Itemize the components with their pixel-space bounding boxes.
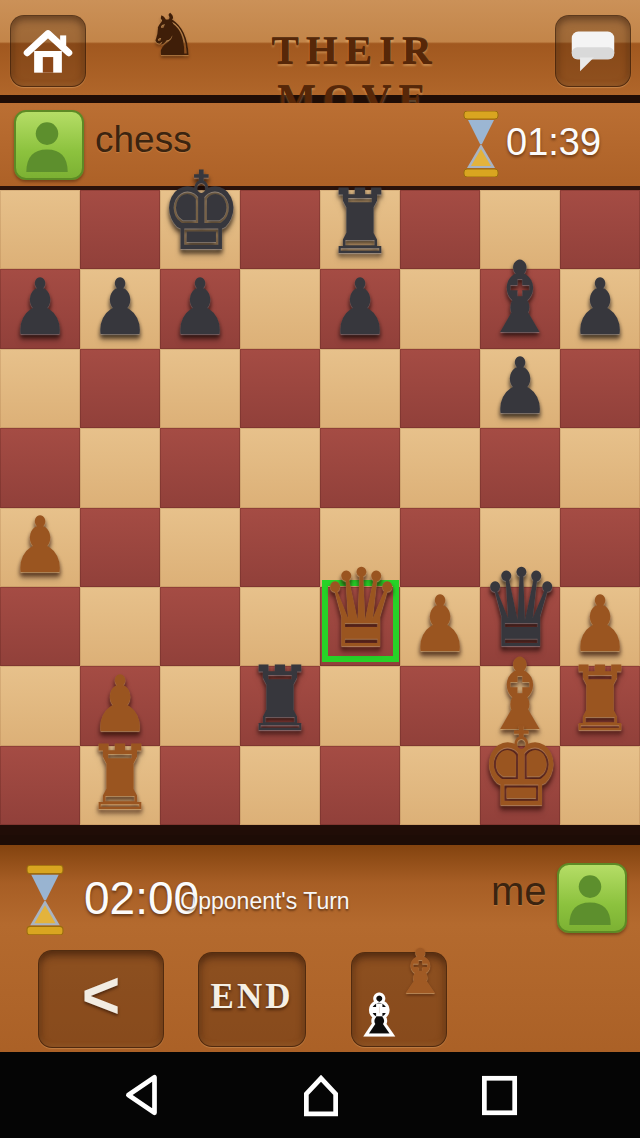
- square-a6[interactable]: [0, 349, 80, 428]
- hourglass-icon: [463, 111, 499, 181]
- square-b3[interactable]: [80, 587, 160, 666]
- person-avatar-icon: [559, 865, 621, 927]
- square-c6[interactable]: [160, 349, 240, 428]
- square-c8[interactable]: ♚: [160, 190, 240, 269]
- square-g5[interactable]: [480, 428, 560, 507]
- black-pawn: ♟: [160, 269, 240, 347]
- square-d8[interactable]: [240, 190, 320, 269]
- square-h1[interactable]: [560, 746, 640, 825]
- square-f1[interactable]: [400, 746, 480, 825]
- square-c4[interactable]: [160, 508, 240, 587]
- square-h2[interactable]: ♜: [560, 666, 640, 745]
- square-f5[interactable]: [400, 428, 480, 507]
- black-pawn: ♟: [80, 269, 160, 347]
- my-name: me: [491, 869, 547, 914]
- square-d4[interactable]: [240, 508, 320, 587]
- black-rook: ♜: [240, 654, 320, 744]
- black-king: ♚: [160, 159, 240, 268]
- square-e5[interactable]: [320, 428, 400, 507]
- square-f4[interactable]: [400, 508, 480, 587]
- person-avatar-icon: [16, 112, 78, 174]
- home-pentagon-icon[interactable]: [298, 1072, 344, 1118]
- square-h4[interactable]: [560, 508, 640, 587]
- square-d7[interactable]: [240, 269, 320, 348]
- square-e7[interactable]: ♟: [320, 269, 400, 348]
- white-queen: ♛: [320, 556, 400, 665]
- bishop-outline-icon: ♝: [354, 988, 404, 1044]
- square-f3[interactable]: ♟: [400, 587, 480, 666]
- recents-square-icon[interactable]: [477, 1072, 521, 1118]
- square-h8[interactable]: [560, 190, 640, 269]
- square-g7[interactable]: ♝: [480, 269, 560, 348]
- opponent-avatar: [14, 110, 84, 180]
- opponent-bar: chess 01:39: [0, 103, 640, 186]
- square-a7[interactable]: ♟: [0, 269, 80, 348]
- square-f7[interactable]: [400, 269, 480, 348]
- white-rook: ♜: [560, 654, 640, 744]
- white-pawn: ♟: [0, 507, 80, 585]
- square-a2[interactable]: [0, 666, 80, 745]
- back-button[interactable]: <: [38, 950, 164, 1048]
- square-h5[interactable]: [560, 428, 640, 507]
- square-f6[interactable]: [400, 349, 480, 428]
- square-b5[interactable]: [80, 428, 160, 507]
- square-a5[interactable]: [0, 428, 80, 507]
- my-avatar: [557, 863, 627, 933]
- square-d2[interactable]: ♜: [240, 666, 320, 745]
- square-d5[interactable]: [240, 428, 320, 507]
- chess-board: ♚♜♟♟♟♟♝♟♟♟♛♟♛♟♟♜♝♜♜♚: [0, 190, 640, 825]
- square-c7[interactable]: ♟: [160, 269, 240, 348]
- end-button[interactable]: END: [198, 952, 306, 1047]
- white-king: ♚: [480, 714, 560, 823]
- phone-screen: ♞ THEIR MOVE chess: [0, 0, 640, 1138]
- square-g1[interactable]: ♚: [480, 746, 560, 825]
- back-chevron-icon: <: [39, 957, 163, 1033]
- black-pawn: ♟: [560, 269, 640, 347]
- home-button[interactable]: [10, 15, 86, 87]
- square-a8[interactable]: [0, 190, 80, 269]
- android-nav-bar: [0, 1052, 640, 1138]
- board-frame: ♚♜♟♟♟♟♝♟♟♟♛♟♛♟♟♜♝♜♜♚: [0, 186, 640, 835]
- black-bishop: ♝: [480, 248, 560, 347]
- square-h6[interactable]: [560, 349, 640, 428]
- turn-status: Opponent's Turn: [175, 888, 355, 915]
- black-rook: ♜: [320, 178, 400, 268]
- square-e3[interactable]: ♛: [320, 587, 400, 666]
- square-d6[interactable]: [240, 349, 320, 428]
- hourglass-icon: [26, 865, 64, 939]
- square-h7[interactable]: ♟: [560, 269, 640, 348]
- opponent-clock: 01:39: [506, 121, 601, 164]
- chat-bubble-icon: [569, 27, 617, 75]
- end-button-label: END: [199, 977, 305, 1017]
- square-c5[interactable]: [160, 428, 240, 507]
- square-a4[interactable]: ♟: [0, 508, 80, 587]
- square-a3[interactable]: [0, 587, 80, 666]
- black-pawn: ♟: [0, 269, 80, 347]
- bottom-section: 02:00 Opponent's Turn me < END ♝ ♝: [0, 835, 640, 1052]
- knight-statue-icon: ♞: [146, 6, 198, 64]
- square-f2[interactable]: [400, 666, 480, 745]
- square-e2[interactable]: [320, 666, 400, 745]
- black-pawn: ♟: [320, 269, 400, 347]
- square-e8[interactable]: ♜: [320, 190, 400, 269]
- square-b1[interactable]: ♜: [80, 746, 160, 825]
- chat-button[interactable]: [555, 15, 631, 87]
- square-b6[interactable]: [80, 349, 160, 428]
- back-triangle-icon[interactable]: [121, 1072, 165, 1118]
- white-pawn: ♟: [400, 586, 480, 664]
- square-b8[interactable]: [80, 190, 160, 269]
- square-e6[interactable]: [320, 349, 400, 428]
- square-c1[interactable]: [160, 746, 240, 825]
- white-rook: ♜: [80, 733, 160, 823]
- top-title-bar: ♞ THEIR MOVE: [0, 0, 640, 103]
- piece-set-button[interactable]: ♝ ♝: [351, 952, 447, 1047]
- square-a1[interactable]: [0, 746, 80, 825]
- square-c3[interactable]: [160, 587, 240, 666]
- square-d1[interactable]: [240, 746, 320, 825]
- black-pawn: ♟: [480, 348, 560, 426]
- home-icon: [22, 26, 74, 76]
- square-f8[interactable]: [400, 190, 480, 269]
- square-c2[interactable]: [160, 666, 240, 745]
- square-e1[interactable]: [320, 746, 400, 825]
- square-g6[interactable]: ♟: [480, 349, 560, 428]
- square-b4[interactable]: [80, 508, 160, 587]
- square-b7[interactable]: ♟: [80, 269, 160, 348]
